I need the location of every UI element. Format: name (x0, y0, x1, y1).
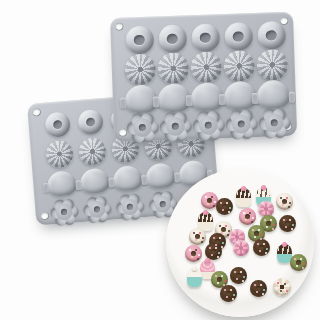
mold-cell (77, 166, 112, 197)
mold-cell (158, 111, 192, 141)
mold-cavity-donut (77, 109, 103, 135)
mold-cell (112, 191, 147, 222)
mold-cell (222, 50, 256, 82)
mold-cavity-swirl (223, 50, 255, 82)
treat-cupcake-choc-drip (236, 188, 251, 207)
product-photo (0, 0, 320, 320)
treat-donut-chocolate (230, 267, 247, 284)
mold-cell (110, 163, 145, 194)
mold-cell (40, 109, 75, 140)
mold-cell (123, 53, 157, 85)
mold-cell (156, 52, 190, 84)
mold-cell (122, 25, 156, 54)
mold-cell (221, 22, 255, 51)
mold-cell (257, 108, 291, 138)
flower-petal (50, 206, 62, 218)
treat-donut-chocolate (220, 285, 237, 302)
flower-petal (148, 199, 160, 211)
mold-cell (188, 23, 222, 52)
mold-cavity-flower (83, 196, 110, 223)
mold-cavity-donut (191, 23, 220, 52)
mold-cavity-cup (46, 170, 77, 197)
flower-petal (225, 118, 238, 131)
flower-petal (126, 121, 139, 134)
mold-cell (42, 137, 77, 170)
mold-cavity-flower (160, 111, 190, 141)
mold-cell (191, 110, 225, 140)
flower-petal (159, 120, 172, 133)
mold-cavity-donut (125, 26, 154, 55)
mold-cavity-swirl (78, 137, 107, 166)
mold-cell (125, 112, 159, 142)
treat-donut-pink (185, 245, 202, 262)
flower-petal (152, 204, 167, 219)
mold-cavity-donut (257, 21, 286, 50)
mold-cell (155, 24, 189, 53)
mold-cell (256, 80, 290, 109)
flower-petal (115, 201, 127, 213)
mold-cell (44, 168, 79, 199)
mold-cavity-swirl (124, 53, 156, 85)
mold-cavity-donut (158, 24, 187, 53)
mold-cell (73, 107, 108, 138)
mold-cavity-swirl (45, 139, 74, 168)
mold-cell (75, 135, 110, 168)
treat-donut-chocolate (216, 198, 233, 215)
flower-petal (192, 119, 205, 132)
treat-cupcake-mint (187, 268, 202, 287)
mold-cavity-donut (224, 22, 253, 51)
mold-cavity-flower (226, 109, 256, 139)
mold-cavity-flower (193, 110, 223, 140)
silicone-mold-upper (110, 12, 297, 142)
flower-petal (258, 116, 271, 129)
mold-cavity-cup (256, 80, 290, 109)
mold-cavity-cup (112, 165, 143, 192)
treat-donut-chocolate (253, 239, 270, 256)
mold-cavity-flower (50, 198, 77, 225)
mold-cell (255, 49, 289, 81)
mold-cell (189, 51, 223, 83)
flower-petal (82, 204, 94, 216)
flower-petal (53, 212, 68, 227)
mold-cavity-grid (122, 21, 285, 134)
mold-cavity-swirl (256, 49, 288, 81)
mold-cavity-flower (259, 108, 289, 138)
mold-cell (79, 194, 114, 225)
treat-donut-pink (239, 208, 256, 225)
treat-swirl-pink (233, 240, 249, 256)
mold-cavity-flower (127, 112, 157, 142)
mold-cavity-swirl (157, 52, 189, 84)
mold-cavity-flower (116, 193, 143, 220)
mold-cavity-donut (44, 111, 70, 137)
mold-cell (224, 109, 258, 139)
mold-cavity-cup (145, 162, 176, 189)
mold-cell (254, 21, 288, 50)
treat-donut-white (276, 193, 293, 210)
treat-donut-white (189, 228, 206, 245)
mold-cavity-swirl (190, 51, 222, 83)
treat-donut-chocolate (279, 215, 296, 232)
treat-donut-green (290, 254, 307, 271)
mold-cell (46, 196, 81, 227)
flower-petal (119, 207, 134, 222)
treat-donut-chocolate (250, 280, 267, 297)
treat-flower-white (273, 278, 291, 296)
mold-cell (143, 160, 178, 191)
flower-petal (86, 209, 101, 224)
mold-cavity-cup (79, 168, 110, 195)
